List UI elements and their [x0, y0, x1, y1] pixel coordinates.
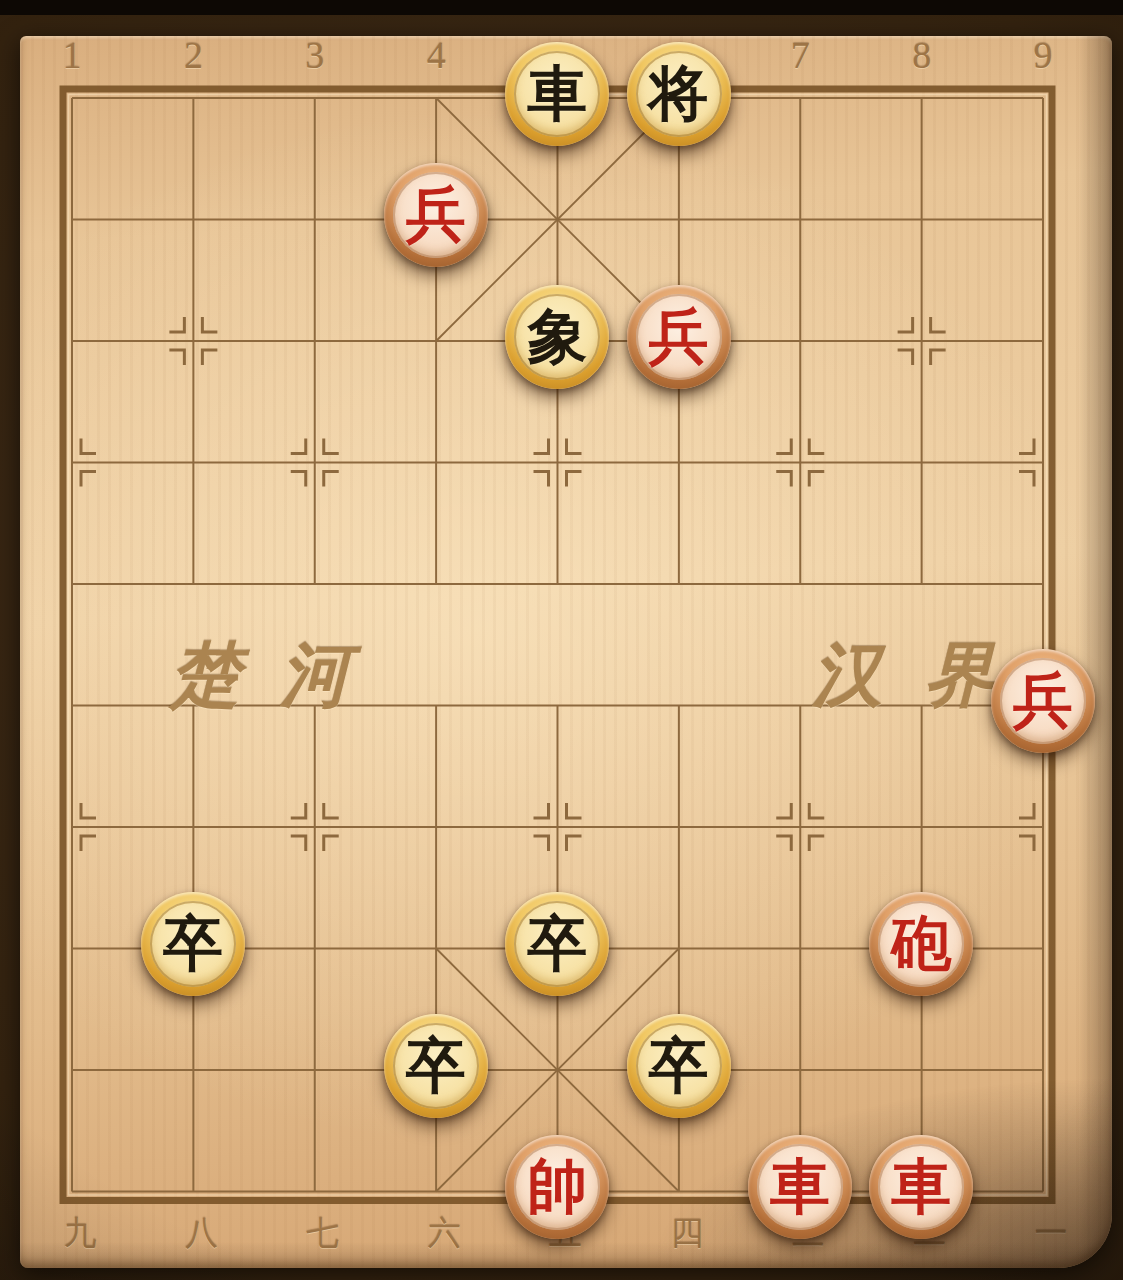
piece-disc: 卒 [150, 901, 236, 987]
piece-disc: 車 [514, 51, 600, 137]
piece-red-chariot-b[interactable]: 車 [869, 1135, 973, 1239]
piece-disc: 兵 [1000, 658, 1086, 744]
piece-disc: 兵 [393, 172, 479, 258]
piece-black-elephant[interactable]: 象 [505, 285, 609, 389]
piece-red-general[interactable]: 帥 [505, 1135, 609, 1239]
piece-black-soldier-a[interactable]: 卒 [141, 892, 245, 996]
piece-black-soldier-c[interactable]: 卒 [384, 1014, 488, 1118]
piece-red-soldier-a[interactable]: 兵 [384, 163, 488, 267]
piece-glyph: 車 [770, 1156, 830, 1216]
piece-glyph: 将 [649, 63, 709, 123]
piece-glyph: 卒 [527, 913, 587, 973]
xiangqi-app: 楚河 汉界 123456789 九八七六五四三二一 車将兵象兵兵卒卒砲卒卒帥車車 [0, 0, 1123, 1280]
piece-disc: 卒 [636, 1023, 722, 1109]
piece-glyph: 卒 [649, 1035, 709, 1095]
piece-disc: 車 [757, 1144, 843, 1230]
piece-disc: 卒 [393, 1023, 479, 1109]
piece-glyph: 象 [527, 306, 587, 366]
piece-glyph: 兵 [406, 184, 466, 244]
piece-red-soldier-b[interactable]: 兵 [627, 285, 731, 389]
piece-black-chariot[interactable]: 車 [505, 42, 609, 146]
piece-glyph: 兵 [649, 306, 709, 366]
piece-black-soldier-b[interactable]: 卒 [505, 892, 609, 996]
piece-glyph: 車 [891, 1156, 951, 1216]
piece-disc: 砲 [878, 901, 964, 987]
piece-disc: 帥 [514, 1144, 600, 1230]
piece-glyph: 卒 [406, 1035, 466, 1095]
piece-glyph: 砲 [891, 913, 951, 973]
piece-disc: 兵 [636, 294, 722, 380]
piece-disc: 将 [636, 51, 722, 137]
piece-red-chariot-a[interactable]: 車 [748, 1135, 852, 1239]
piece-disc: 象 [514, 294, 600, 380]
piece-black-soldier-d[interactable]: 卒 [627, 1014, 731, 1118]
piece-black-general[interactable]: 将 [627, 42, 731, 146]
piece-glyph: 兵 [1013, 670, 1073, 730]
piece-red-soldier-c[interactable]: 兵 [991, 649, 1095, 753]
piece-glyph: 車 [527, 63, 587, 123]
piece-layer: 車将兵象兵兵卒卒砲卒卒帥車車 [11, 37, 1103, 1252]
piece-glyph: 卒 [163, 913, 223, 973]
top-dark-strip [0, 0, 1123, 15]
piece-glyph: 帥 [527, 1156, 587, 1216]
piece-red-cannon[interactable]: 砲 [869, 892, 973, 996]
piece-disc: 車 [878, 1144, 964, 1230]
piece-disc: 卒 [514, 901, 600, 987]
